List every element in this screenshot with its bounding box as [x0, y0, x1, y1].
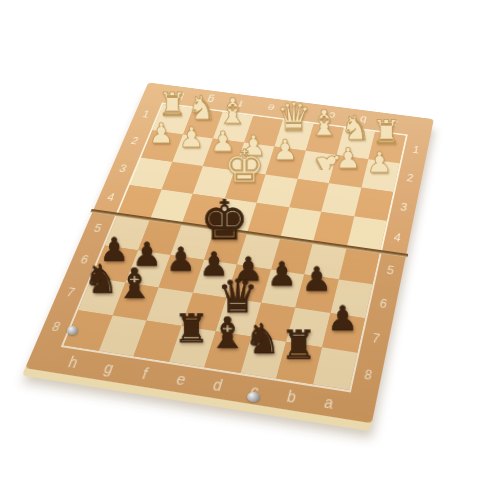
file-label: b: [271, 385, 313, 408]
file-label: a: [308, 391, 350, 415]
white-king[interactable]: ♚: [212, 143, 278, 189]
file-label: f: [124, 362, 166, 385]
clasp-knob-icon: [247, 392, 260, 402]
white-pawn[interactable]: ♟: [347, 148, 412, 177]
product-photo: hgfedcba hgfedcba 12345678 12345678 ♜♞♝♛…: [0, 0, 494, 500]
chess-board: hgfedcba hgfedcba 12345678 12345678 ♜♞♝♛…: [25, 83, 434, 424]
black-bishop[interactable]: ♝: [99, 262, 170, 304]
file-label: d: [197, 374, 239, 397]
hinge-knob-icon: [67, 326, 78, 335]
black-pawn[interactable]: ♟: [281, 262, 352, 295]
scene: hgfedcba hgfedcba 12345678 12345678 ♜♞♝♛…: [0, 0, 494, 500]
file-label: g: [88, 357, 130, 380]
black-king[interactable]: ♚: [190, 194, 259, 249]
file-label: e: [160, 368, 202, 391]
square-a2[interactable]: ♟: [361, 159, 399, 192]
black-rook[interactable]: ♜: [261, 325, 335, 365]
square-a3[interactable]: [354, 187, 393, 221]
